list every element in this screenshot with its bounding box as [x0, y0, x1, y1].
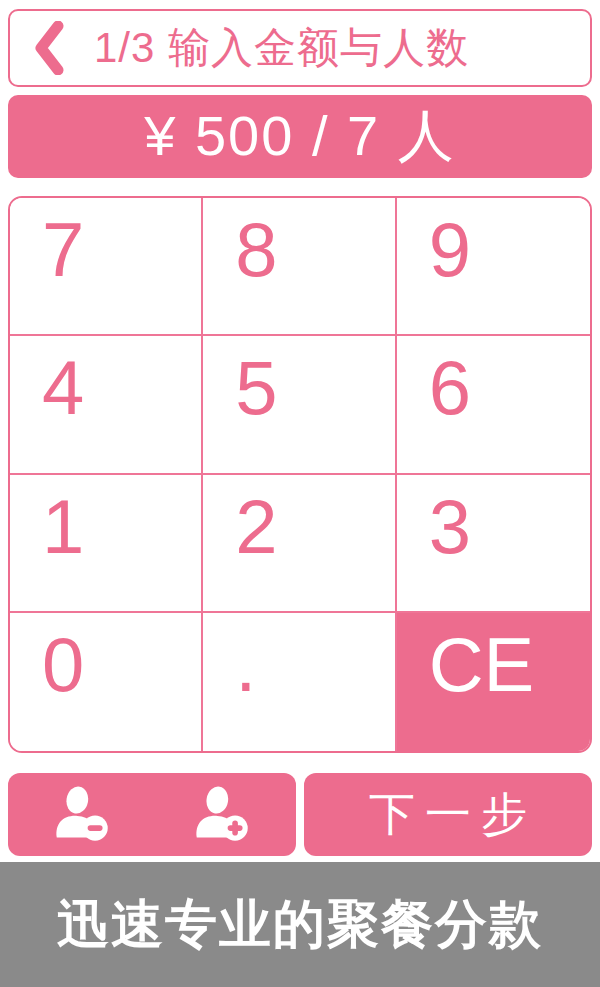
keypad: 7 8 9 4 5 6 1 2 3 0 . CE	[8, 196, 592, 753]
key-5[interactable]: 5	[203, 336, 396, 474]
next-step-button[interactable]: 下一步	[304, 773, 592, 856]
key-3[interactable]: 3	[397, 475, 590, 613]
back-chevron-icon[interactable]	[34, 21, 64, 75]
app-root: 1/3 输入金额与人数 ¥ 500 / 7 人 7 8 9 4 5 6 1 2 …	[0, 0, 600, 987]
key-0[interactable]: 0	[10, 613, 203, 751]
key-8[interactable]: 8	[203, 198, 396, 336]
people-adjust-button-group	[8, 773, 296, 856]
amount-display: ¥ 500 / 7 人	[8, 95, 592, 178]
footer-banner-text: 迅速专业的聚餐分款	[57, 890, 543, 960]
page-title: 1/3 输入金额与人数	[94, 20, 469, 76]
key-6[interactable]: 6	[397, 336, 590, 474]
key-clear-entry[interactable]: CE	[397, 613, 590, 751]
person-plus-icon[interactable]	[192, 786, 252, 844]
key-decimal[interactable]: .	[203, 613, 396, 751]
key-2[interactable]: 2	[203, 475, 396, 613]
key-4[interactable]: 4	[10, 336, 203, 474]
next-step-label: 下一步	[359, 784, 537, 846]
amount-display-text: ¥ 500 / 7 人	[144, 99, 456, 175]
key-7[interactable]: 7	[10, 198, 203, 336]
key-1[interactable]: 1	[10, 475, 203, 613]
footer-banner: 迅速专业的聚餐分款	[0, 862, 600, 987]
person-minus-icon[interactable]	[52, 786, 112, 844]
header-back-bar[interactable]: 1/3 输入金额与人数	[8, 9, 592, 87]
key-9[interactable]: 9	[397, 198, 590, 336]
